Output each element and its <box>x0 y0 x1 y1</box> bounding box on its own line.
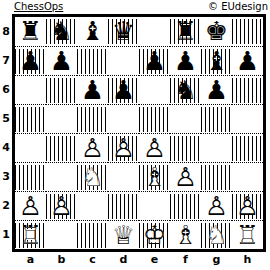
piece-glyph: ♟ <box>170 47 201 75</box>
square-b7[interactable]: ♟ <box>46 46 77 75</box>
square-d1[interactable]: ♛♕ <box>108 220 139 249</box>
piece-glyph: ♚ <box>201 17 232 45</box>
square-b2[interactable]: ♟♙ <box>46 191 77 220</box>
square-h5[interactable] <box>232 104 263 133</box>
square-c5[interactable] <box>77 104 108 133</box>
piece-glyph: ♘ <box>201 221 232 249</box>
piece-glyph: ♔ <box>139 221 170 249</box>
square-f6[interactable]: ♞ <box>170 75 201 104</box>
square-e4[interactable]: ♟♙ <box>139 133 170 162</box>
piece-glyph: ♜ <box>15 17 46 45</box>
black-rook-f8: ♜ <box>170 17 201 46</box>
piece-glyph: ♙ <box>139 134 170 162</box>
rank-label-6: 6 <box>0 75 12 104</box>
square-g1[interactable]: ♞♘ <box>201 220 232 249</box>
square-g8[interactable]: ♚ <box>201 17 232 46</box>
piece-glyph: ♞ <box>170 76 201 104</box>
square-g6[interactable]: ♟ <box>201 75 232 104</box>
white-pawn-e4: ♟♙ <box>139 134 170 162</box>
black-bishop-g7: ♝ <box>201 47 232 75</box>
white-pawn-b2: ♟♙ <box>46 192 77 220</box>
rank-label-7: 7 <box>0 46 12 75</box>
piece-glyph: ♝ <box>77 17 108 45</box>
square-b6[interactable] <box>46 75 77 104</box>
black-king-g8: ♚ <box>201 17 232 46</box>
white-queen-d1: ♛♕ <box>108 221 139 249</box>
square-a5[interactable] <box>15 104 46 133</box>
piece-glyph: ♛ <box>108 17 139 45</box>
square-b5[interactable] <box>46 104 77 133</box>
rank-label-1: 1 <box>0 220 12 249</box>
file-label-b: b <box>46 252 77 268</box>
file-label-d: d <box>108 252 139 268</box>
square-c4[interactable]: ♟♙ <box>77 133 108 162</box>
square-b4[interactable] <box>46 133 77 162</box>
square-d5[interactable] <box>108 104 139 133</box>
piece-glyph: ♖ <box>232 221 263 249</box>
square-h3[interactable] <box>232 162 263 191</box>
square-e8[interactable] <box>139 17 170 46</box>
chessops-window: ChessOps © EUdesign 87654321 ♜♞♝♛♜♚♟♟♟♟♝… <box>0 0 270 270</box>
piece-glyph: ♙ <box>201 192 232 220</box>
white-bishop-f1: ♝♗ <box>170 221 201 249</box>
piece-glyph: ♕ <box>108 221 139 249</box>
square-a1[interactable]: ♜♖ <box>15 220 46 249</box>
white-pawn-f3: ♟♙ <box>170 163 201 191</box>
black-pawn-h7: ♟ <box>232 47 263 75</box>
piece-glyph: ♙ <box>15 192 46 220</box>
square-a4[interactable] <box>15 133 46 162</box>
rank-labels: 87654321 <box>0 14 12 249</box>
white-pawn-c4: ♟♙ <box>77 134 108 162</box>
file-label-f: f <box>170 252 201 268</box>
square-g3[interactable] <box>201 162 232 191</box>
square-e3[interactable]: ♝♗ <box>139 162 170 191</box>
piece-glyph: ♟ <box>77 76 108 104</box>
square-b8[interactable]: ♞ <box>46 17 77 46</box>
square-b1[interactable] <box>46 220 77 249</box>
square-d4[interactable]: ♟♙ <box>108 133 139 162</box>
black-rook-a8: ♜ <box>15 17 46 46</box>
square-c8[interactable]: ♝ <box>77 17 108 46</box>
white-bishop-e3: ♝♗ <box>139 163 170 191</box>
piece-glyph: ♟ <box>108 76 139 104</box>
piece-glyph: ♙ <box>46 192 77 220</box>
square-h8[interactable] <box>232 17 263 46</box>
rank-label-5: 5 <box>0 104 12 133</box>
white-pawn-a2: ♟♙ <box>15 192 46 220</box>
piece-glyph: ♙ <box>170 163 201 191</box>
square-a8[interactable]: ♜ <box>15 17 46 46</box>
white-pawn-h2: ♟♙ <box>232 192 263 220</box>
square-h4[interactable] <box>232 133 263 162</box>
app-title-link[interactable]: ChessOps <box>14 1 63 12</box>
piece-glyph: ♞ <box>46 17 77 45</box>
square-c7[interactable] <box>77 46 108 75</box>
black-pawn-b7: ♟ <box>46 47 77 75</box>
piece-glyph: ♙ <box>108 134 139 162</box>
square-e2[interactable] <box>139 191 170 220</box>
square-c1[interactable] <box>77 220 108 249</box>
square-h7[interactable]: ♟ <box>232 46 263 75</box>
black-pawn-a7: ♟ <box>15 47 46 75</box>
black-knight-b8: ♞ <box>46 17 77 46</box>
board: ♜♞♝♛♜♚♟♟♟♟♝♟♟♟♞♟♟♙♟♙♟♙♞♘♝♗♟♙♟♙♟♙♟♙♟♙♜♖♛♕… <box>12 14 266 252</box>
square-e1[interactable]: ♚♔ <box>139 220 170 249</box>
black-knight-f6: ♞ <box>170 76 201 104</box>
black-pawn-e7: ♟ <box>139 47 170 75</box>
board-area: 87654321 ♜♞♝♛♜♚♟♟♟♟♝♟♟♟♞♟♟♙♟♙♟♙♞♘♝♗♟♙♟♙♟… <box>0 14 270 252</box>
file-labels: abcdefgh <box>15 252 270 268</box>
file-label-g: g <box>201 252 232 268</box>
square-g2[interactable]: ♟♙ <box>201 191 232 220</box>
white-pawn-d4: ♟♙ <box>108 134 139 162</box>
piece-glyph: ♙ <box>77 134 108 162</box>
square-g7[interactable]: ♝ <box>201 46 232 75</box>
square-a6[interactable] <box>15 75 46 104</box>
square-g4[interactable] <box>201 133 232 162</box>
rank-label-8: 8 <box>0 17 12 46</box>
white-knight-c3: ♞♘ <box>77 163 108 191</box>
square-f8[interactable]: ♜ <box>170 17 201 46</box>
black-queen-d8: ♛ <box>108 17 139 46</box>
black-pawn-c6: ♟ <box>77 76 108 104</box>
piece-glyph: ♝ <box>201 47 232 75</box>
black-pawn-f7: ♟ <box>170 47 201 75</box>
square-d6[interactable]: ♟ <box>108 75 139 104</box>
file-label-c: c <box>77 252 108 268</box>
file-label-a: a <box>15 252 46 268</box>
square-f1[interactable]: ♝♗ <box>170 220 201 249</box>
black-pawn-g6: ♟ <box>201 76 232 104</box>
square-f5[interactable] <box>170 104 201 133</box>
square-h2[interactable]: ♟♙ <box>232 191 263 220</box>
square-c2[interactable] <box>77 191 108 220</box>
piece-glyph: ♜ <box>170 17 201 45</box>
square-g5[interactable] <box>201 104 232 133</box>
piece-glyph: ♟ <box>201 76 232 104</box>
white-rook-h1: ♜♖ <box>232 221 263 249</box>
piece-glyph: ♟ <box>46 47 77 75</box>
piece-glyph: ♟ <box>139 47 170 75</box>
white-knight-g1: ♞♘ <box>201 221 232 249</box>
piece-glyph: ♟ <box>15 47 46 75</box>
piece-glyph: ♗ <box>170 221 201 249</box>
square-c3[interactable]: ♞♘ <box>77 162 108 191</box>
piece-glyph: ♟ <box>232 47 263 75</box>
square-e5[interactable] <box>139 104 170 133</box>
square-e7[interactable]: ♟ <box>139 46 170 75</box>
piece-glyph: ♘ <box>77 163 108 191</box>
black-pawn-d6: ♟ <box>108 76 139 104</box>
rank-label-4: 4 <box>0 133 12 162</box>
square-a2[interactable]: ♟♙ <box>15 191 46 220</box>
rank-label-2: 2 <box>0 191 12 220</box>
square-b3[interactable] <box>46 162 77 191</box>
piece-glyph: ♗ <box>139 163 170 191</box>
square-f2[interactable] <box>170 191 201 220</box>
piece-glyph: ♙ <box>232 192 263 220</box>
square-d7[interactable] <box>108 46 139 75</box>
square-f7[interactable]: ♟ <box>170 46 201 75</box>
black-bishop-c8: ♝ <box>77 17 108 46</box>
header-bar: ChessOps © EUdesign <box>0 0 270 14</box>
square-c6[interactable]: ♟ <box>77 75 108 104</box>
square-f4[interactable] <box>170 133 201 162</box>
rank-label-3: 3 <box>0 162 12 191</box>
square-d3[interactable] <box>108 162 139 191</box>
square-f3[interactable]: ♟♙ <box>170 162 201 191</box>
piece-glyph: ♖ <box>15 221 46 249</box>
square-a3[interactable] <box>15 162 46 191</box>
square-e6[interactable] <box>139 75 170 104</box>
white-rook-a1: ♜♖ <box>15 221 46 249</box>
white-pawn-g2: ♟♙ <box>201 192 232 220</box>
square-h1[interactable]: ♜♖ <box>232 220 263 249</box>
credit-text: © EUdesign <box>208 1 268 12</box>
square-d2[interactable] <box>108 191 139 220</box>
file-label-h: h <box>232 252 263 268</box>
white-king-e1: ♚♔ <box>139 221 170 249</box>
file-label-e: e <box>139 252 170 268</box>
square-d8[interactable]: ♛ <box>108 17 139 46</box>
square-a7[interactable]: ♟ <box>15 46 46 75</box>
square-h6[interactable] <box>232 75 263 104</box>
